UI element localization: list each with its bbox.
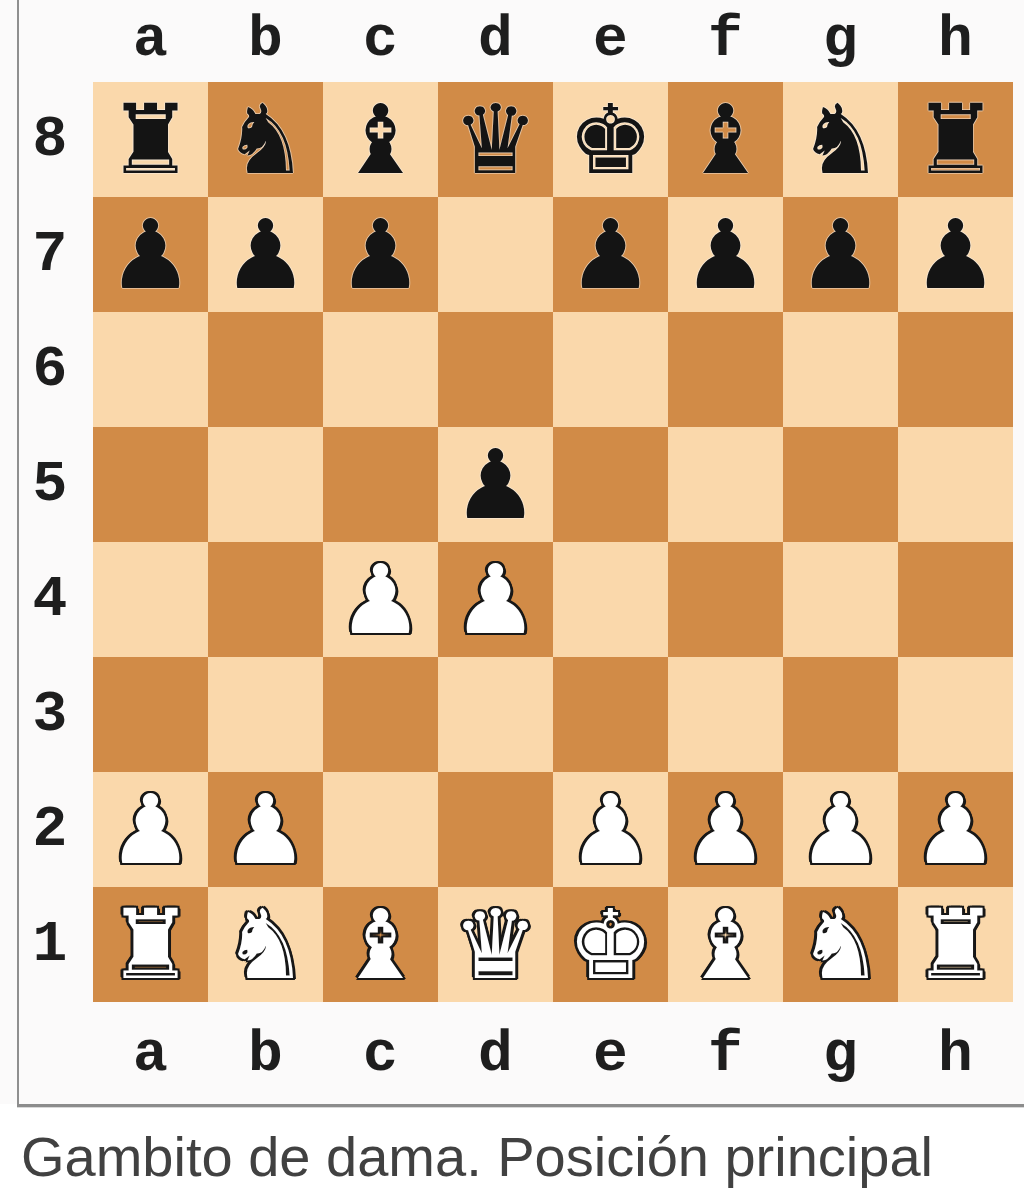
square-d6[interactable] xyxy=(438,312,553,427)
rank-label-5: 5 xyxy=(18,427,82,542)
file-label-e-top: e xyxy=(553,4,668,76)
square-b2[interactable]: ♟ xyxy=(208,772,323,887)
square-e2[interactable]: ♟ xyxy=(553,772,668,887)
piece-black-bishop[interactable]: ♝ xyxy=(682,92,768,188)
caption-divider xyxy=(17,1104,1024,1108)
piece-white-pawn[interactable]: ♟ xyxy=(567,782,653,878)
piece-white-pawn[interactable]: ♟ xyxy=(797,782,883,878)
square-a3[interactable] xyxy=(93,657,208,772)
square-f4[interactable] xyxy=(668,542,783,657)
piece-black-knight[interactable]: ♞ xyxy=(222,92,308,188)
square-f8[interactable]: ♝ xyxy=(668,82,783,197)
piece-black-pawn[interactable]: ♟ xyxy=(337,207,423,303)
file-label-h-bottom: h xyxy=(898,1012,1013,1098)
piece-white-pawn[interactable]: ♟ xyxy=(452,552,538,648)
file-labels-top: abcdefgh xyxy=(93,4,1013,76)
square-b3[interactable] xyxy=(208,657,323,772)
piece-black-pawn[interactable]: ♟ xyxy=(222,207,308,303)
piece-white-pawn[interactable]: ♟ xyxy=(912,782,998,878)
piece-black-rook[interactable]: ♜ xyxy=(107,92,193,188)
square-c8[interactable]: ♝ xyxy=(323,82,438,197)
rank-labels: 87654321 xyxy=(18,82,82,1002)
square-a5[interactable] xyxy=(93,427,208,542)
file-label-a-top: a xyxy=(93,4,208,76)
piece-black-bishop[interactable]: ♝ xyxy=(337,92,423,188)
file-label-c-top: c xyxy=(323,4,438,76)
piece-black-pawn[interactable]: ♟ xyxy=(452,437,538,533)
square-c6[interactable] xyxy=(323,312,438,427)
square-g6[interactable] xyxy=(783,312,898,427)
square-h8[interactable]: ♜ xyxy=(898,82,1013,197)
square-c5[interactable] xyxy=(323,427,438,542)
square-c7[interactable]: ♟ xyxy=(323,197,438,312)
square-f1[interactable]: ♝ xyxy=(668,887,783,1002)
square-b4[interactable] xyxy=(208,542,323,657)
square-c3[interactable] xyxy=(323,657,438,772)
piece-white-knight[interactable]: ♞ xyxy=(222,897,308,993)
piece-white-queen[interactable]: ♛ xyxy=(452,897,538,993)
square-a7[interactable]: ♟ xyxy=(93,197,208,312)
rank-label-1: 1 xyxy=(18,887,82,1002)
square-d5[interactable]: ♟ xyxy=(438,427,553,542)
square-g2[interactable]: ♟ xyxy=(783,772,898,887)
square-f5[interactable] xyxy=(668,427,783,542)
file-label-a-bottom: a xyxy=(93,1012,208,1098)
square-d2[interactable] xyxy=(438,772,553,887)
square-b6[interactable] xyxy=(208,312,323,427)
file-label-d-top: d xyxy=(438,4,553,76)
square-d7[interactable] xyxy=(438,197,553,312)
rank-label-8: 8 xyxy=(18,82,82,197)
square-d8[interactable]: ♛ xyxy=(438,82,553,197)
file-label-e-bottom: e xyxy=(553,1012,668,1098)
file-label-g-bottom: g xyxy=(783,1012,898,1098)
piece-black-pawn[interactable]: ♟ xyxy=(797,207,883,303)
square-b7[interactable]: ♟ xyxy=(208,197,323,312)
diagram-frame: abcdefgh 87654321 ♜♞♝♛♚♝♞♜♟♟♟♟♟♟♟♟♟♟♟♟♟♟… xyxy=(0,0,1024,1104)
piece-black-rook[interactable]: ♜ xyxy=(912,92,998,188)
square-c1[interactable]: ♝ xyxy=(323,887,438,1002)
square-e1[interactable]: ♚ xyxy=(553,887,668,1002)
piece-white-knight[interactable]: ♞ xyxy=(797,897,883,993)
square-d3[interactable] xyxy=(438,657,553,772)
square-a1[interactable]: ♜ xyxy=(93,887,208,1002)
piece-white-pawn[interactable]: ♟ xyxy=(682,782,768,878)
square-h2[interactable]: ♟ xyxy=(898,772,1013,887)
piece-black-pawn[interactable]: ♟ xyxy=(912,207,998,303)
square-h5[interactable] xyxy=(898,427,1013,542)
square-b8[interactable]: ♞ xyxy=(208,82,323,197)
square-e7[interactable]: ♟ xyxy=(553,197,668,312)
square-a4[interactable] xyxy=(93,542,208,657)
rank-label-3: 3 xyxy=(18,657,82,772)
square-h7[interactable]: ♟ xyxy=(898,197,1013,312)
square-g1[interactable]: ♞ xyxy=(783,887,898,1002)
square-g8[interactable]: ♞ xyxy=(783,82,898,197)
square-b5[interactable] xyxy=(208,427,323,542)
piece-white-bishop[interactable]: ♝ xyxy=(682,897,768,993)
square-h1[interactable]: ♜ xyxy=(898,887,1013,1002)
square-f7[interactable]: ♟ xyxy=(668,197,783,312)
file-label-f-bottom: f xyxy=(668,1012,783,1098)
square-h3[interactable] xyxy=(898,657,1013,772)
square-f6[interactable] xyxy=(668,312,783,427)
file-labels-bottom: abcdefgh xyxy=(93,1012,1013,1098)
piece-black-queen[interactable]: ♛ xyxy=(452,92,538,188)
chess-board[interactable]: ♜♞♝♛♚♝♞♜♟♟♟♟♟♟♟♟♟♟♟♟♟♟♟♟♜♞♝♛♚♝♞♜ xyxy=(93,82,1013,1002)
square-g3[interactable] xyxy=(783,657,898,772)
square-d1[interactable]: ♛ xyxy=(438,887,553,1002)
square-h4[interactable] xyxy=(898,542,1013,657)
piece-black-king[interactable]: ♚ xyxy=(567,92,653,188)
file-label-c-bottom: c xyxy=(323,1012,438,1098)
piece-black-pawn[interactable]: ♟ xyxy=(682,207,768,303)
rank-label-2: 2 xyxy=(18,772,82,887)
square-h6[interactable] xyxy=(898,312,1013,427)
square-e5[interactable] xyxy=(553,427,668,542)
piece-black-pawn[interactable]: ♟ xyxy=(567,207,653,303)
square-a2[interactable]: ♟ xyxy=(93,772,208,887)
rank-label-7: 7 xyxy=(18,197,82,312)
square-f2[interactable]: ♟ xyxy=(668,772,783,887)
square-a8[interactable]: ♜ xyxy=(93,82,208,197)
square-d4[interactable]: ♟ xyxy=(438,542,553,657)
piece-white-pawn[interactable]: ♟ xyxy=(222,782,308,878)
file-label-b-top: b xyxy=(208,4,323,76)
rank-label-6: 6 xyxy=(18,312,82,427)
square-f3[interactable] xyxy=(668,657,783,772)
square-e4[interactable] xyxy=(553,542,668,657)
square-e3[interactable] xyxy=(553,657,668,772)
piece-white-pawn[interactable]: ♟ xyxy=(107,782,193,878)
file-label-d-bottom: d xyxy=(438,1012,553,1098)
square-g4[interactable] xyxy=(783,542,898,657)
file-label-f-top: f xyxy=(668,4,783,76)
piece-white-bishop[interactable]: ♝ xyxy=(337,897,423,993)
square-c2[interactable] xyxy=(323,772,438,887)
piece-white-pawn[interactable]: ♟ xyxy=(337,552,423,648)
square-g5[interactable] xyxy=(783,427,898,542)
square-g7[interactable]: ♟ xyxy=(783,197,898,312)
square-e6[interactable] xyxy=(553,312,668,427)
piece-black-knight[interactable]: ♞ xyxy=(797,92,883,188)
square-b1[interactable]: ♞ xyxy=(208,887,323,1002)
piece-black-pawn[interactable]: ♟ xyxy=(107,207,193,303)
square-e8[interactable]: ♚ xyxy=(553,82,668,197)
rank-label-4: 4 xyxy=(18,542,82,657)
piece-white-king[interactable]: ♚ xyxy=(567,897,653,993)
diagram-caption: Gambito de dama. Posición principal xyxy=(21,1120,1021,1194)
file-label-g-top: g xyxy=(783,4,898,76)
square-a6[interactable] xyxy=(93,312,208,427)
file-label-b-bottom: b xyxy=(208,1012,323,1098)
piece-white-rook[interactable]: ♜ xyxy=(107,897,193,993)
piece-white-rook[interactable]: ♜ xyxy=(912,897,998,993)
file-label-h-top: h xyxy=(898,4,1013,76)
square-c4[interactable]: ♟ xyxy=(323,542,438,657)
